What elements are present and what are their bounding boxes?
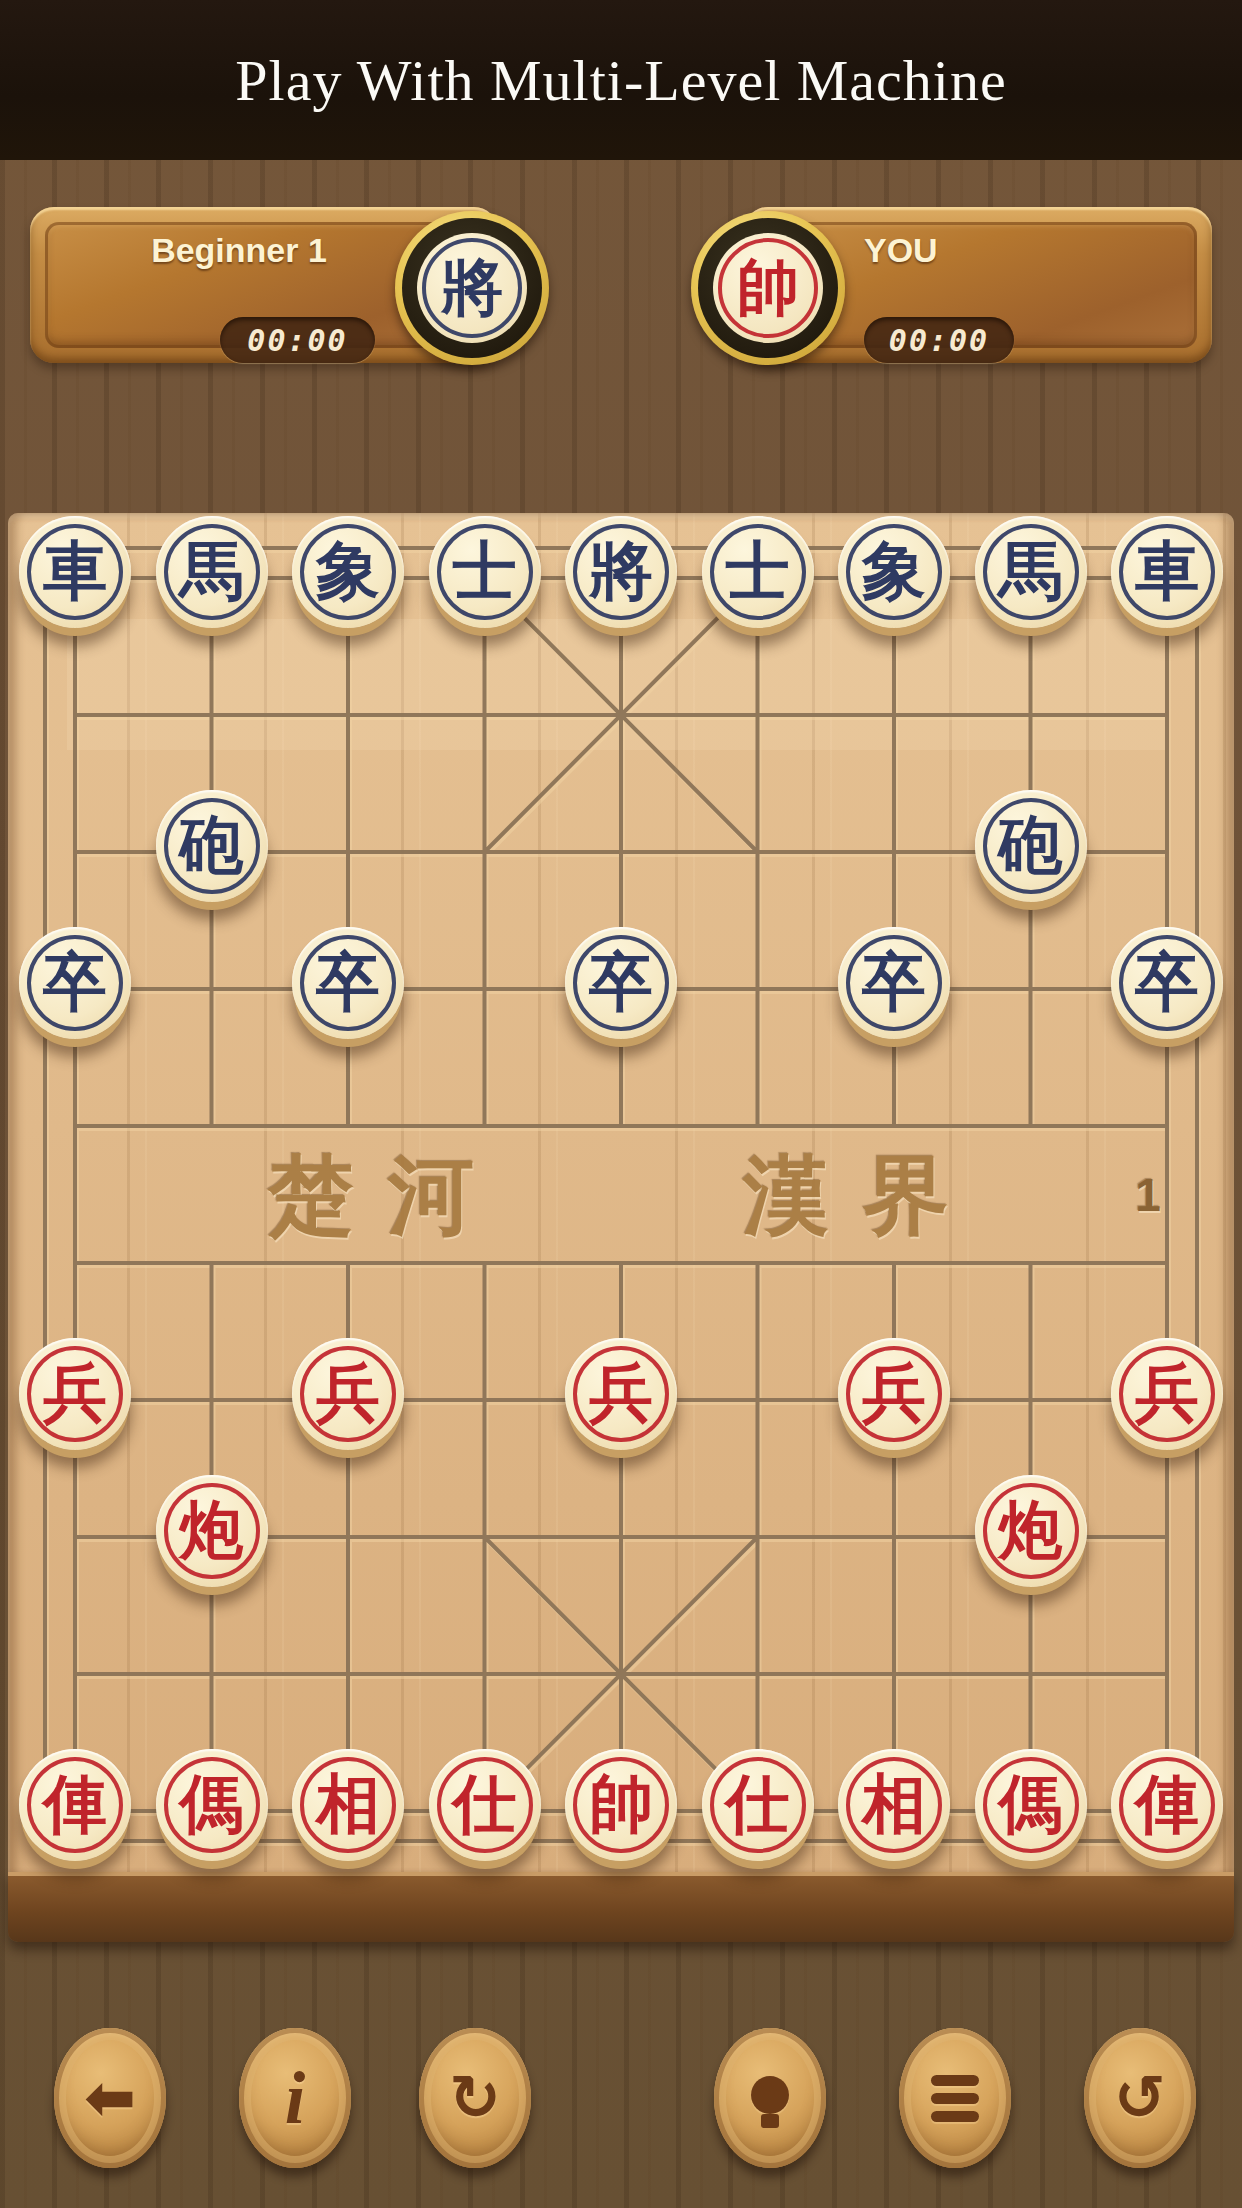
player-name: YOU [864,231,938,270]
opponent-avatar: 將 [395,211,549,365]
piece-glyph: 砲 [180,813,244,877]
piece-glyph: 卒 [1135,950,1199,1014]
piece-red-soldier[interactable]: 兵 [565,1338,677,1450]
piece-red-horse[interactable]: 傌 [975,1749,1087,1861]
piece-glyph: 卒 [316,950,380,1014]
river-band [67,619,1167,750]
piece-black-chariot[interactable]: 車 [1111,516,1223,628]
piece-glyph: 馬 [999,539,1063,603]
piece-black-soldier[interactable]: 卒 [19,927,131,1039]
undo-button[interactable]: ↺ [1084,2028,1196,2168]
back-button[interactable]: ⬅ [54,2028,166,2168]
piece-black-soldier[interactable]: 卒 [1111,927,1223,1039]
piece-black-cannon[interactable]: 砲 [975,790,1087,902]
piece-glyph: 兵 [589,1361,653,1425]
piece-black-elephant[interactable]: 象 [838,516,950,628]
piece-red-soldier[interactable]: 兵 [19,1338,131,1450]
piece-glyph: 兵 [1135,1361,1199,1425]
piece-glyph: 相 [862,1772,926,1836]
piece-glyph: 車 [43,539,107,603]
piece-glyph: 象 [316,539,380,603]
piece-glyph: 兵 [862,1361,926,1425]
piece-glyph: 傌 [180,1772,244,1836]
opponent-timer-value: 00:00 [247,323,347,358]
piece-glyph: 帥 [589,1772,653,1836]
piece-glyph: 相 [316,1772,380,1836]
flip-rotate-icon: ↻ [449,2067,501,2129]
piece-glyph: 兵 [316,1361,380,1425]
hint-button[interactable] [714,2028,826,2168]
piece-red-elephant[interactable]: 相 [838,1749,950,1861]
rank-label: 1 [1128,1168,1168,1222]
piece-black-soldier[interactable]: 卒 [292,927,404,1039]
piece-red-advisor[interactable]: 仕 [429,1749,541,1861]
piece-red-chariot[interactable]: 俥 [1111,1749,1223,1861]
opponent-name: Beginner 1 [110,231,368,270]
page-title: Play With Multi-Level Machine [235,47,1006,114]
piece-glyph: 傌 [999,1772,1063,1836]
piece-red-soldier[interactable]: 兵 [838,1338,950,1450]
menu-button[interactable] [899,2028,1011,2168]
piece-red-soldier[interactable]: 兵 [1111,1338,1223,1450]
piece-glyph: 炮 [999,1498,1063,1562]
lightbulb-icon [749,2076,791,2120]
piece-black-chariot[interactable]: 車 [19,516,131,628]
player-timer-value: 00:00 [889,323,989,358]
river-right-label: 漢界 [743,1138,983,1255]
piece-glyph: 士 [726,539,790,603]
piece-glyph: 仕 [453,1772,517,1836]
river-left-label: 楚河 [268,1138,508,1255]
player-timer: 00:00 [864,317,1014,363]
title-bar: Play With Multi-Level Machine [0,0,1242,160]
piece-glyph: 卒 [589,950,653,1014]
piece-black-advisor[interactable]: 士 [429,516,541,628]
piece-red-horse[interactable]: 傌 [156,1749,268,1861]
piece-glyph: 馬 [180,539,244,603]
opponent-timer: 00:00 [220,317,375,363]
piece-glyph: 兵 [43,1361,107,1425]
piece-glyph: 卒 [862,950,926,1014]
black-general-avatar: 將 [417,233,527,343]
piece-glyph: 將 [589,539,653,603]
info-button[interactable]: i [239,2028,351,2168]
piece-red-advisor[interactable]: 仕 [702,1749,814,1861]
piece-glyph: 士 [453,539,517,603]
flip-button[interactable]: ↻ [419,2028,531,2168]
piece-red-cannon[interactable]: 炮 [156,1475,268,1587]
red-general-avatar: 帥 [713,233,823,343]
piece-black-soldier[interactable]: 卒 [565,927,677,1039]
piece-red-cannon[interactable]: 炮 [975,1475,1087,1587]
piece-glyph: 俥 [43,1772,107,1836]
piece-black-elephant[interactable]: 象 [292,516,404,628]
piece-glyph: 砲 [999,813,1063,877]
piece-black-cannon[interactable]: 砲 [156,790,268,902]
piece-glyph: 卒 [43,950,107,1014]
piece-black-soldier[interactable]: 卒 [838,927,950,1039]
info-icon: i [285,2061,306,2135]
piece-black-advisor[interactable]: 士 [702,516,814,628]
back-arrow-icon: ⬅ [84,2067,136,2129]
board-bottom-edge [8,1872,1234,1942]
piece-black-horse[interactable]: 馬 [975,516,1087,628]
piece-glyph: 炮 [180,1498,244,1562]
piece-red-chariot[interactable]: 俥 [19,1749,131,1861]
piece-black-general[interactable]: 將 [565,516,677,628]
avatar-piece-glyph: 帥 [737,257,799,319]
avatar-piece-glyph: 將 [441,257,503,319]
piece-black-horse[interactable]: 馬 [156,516,268,628]
piece-glyph: 仕 [726,1772,790,1836]
piece-red-soldier[interactable]: 兵 [292,1338,404,1450]
player-avatar: 帥 [691,211,845,365]
piece-red-elephant[interactable]: 相 [292,1749,404,1861]
piece-red-general[interactable]: 帥 [565,1749,677,1861]
undo-icon: ↺ [1114,2067,1166,2129]
board-panel[interactable]: 楚河 漢界 1 [8,513,1234,1878]
piece-glyph: 象 [862,539,926,603]
piece-glyph: 俥 [1135,1772,1199,1836]
menu-bars-icon [931,2075,979,2122]
piece-glyph: 車 [1135,539,1199,603]
